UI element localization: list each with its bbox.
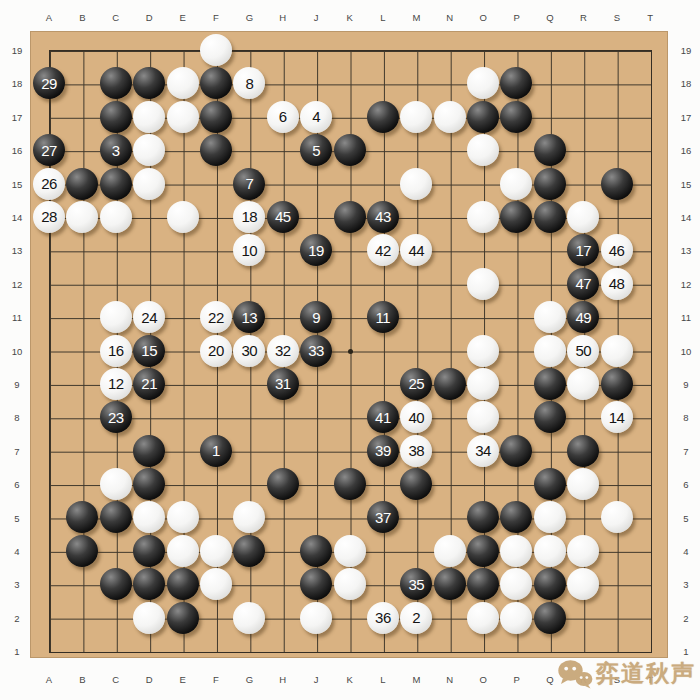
go-diagram-page: 2986427352672818454310194244174647482422… (0, 0, 700, 700)
coord-label: 14 (12, 212, 23, 223)
black-stone (500, 67, 532, 99)
black-stone (100, 101, 132, 133)
coord-label: K (346, 12, 352, 23)
white-stone (400, 101, 432, 133)
white-stone (133, 602, 165, 634)
white-stone: 32 (267, 335, 299, 367)
move-number: 31 (275, 376, 291, 391)
black-stone: 31 (267, 368, 299, 400)
coord-label: 19 (12, 45, 23, 56)
black-stone (167, 602, 199, 634)
coord-label: Q (546, 674, 553, 685)
coord-label: E (179, 674, 185, 685)
white-stone (467, 401, 499, 433)
white-stone (100, 301, 132, 333)
white-stone: 4 (300, 101, 332, 133)
black-stone: 45 (267, 201, 299, 233)
black-stone: 49 (567, 301, 599, 333)
white-stone (467, 268, 499, 300)
coord-label: J (314, 12, 319, 23)
black-stone: 29 (33, 67, 65, 99)
white-stone: 40 (400, 401, 432, 433)
coord-label: 4 (14, 546, 19, 557)
coord-label: H (279, 674, 286, 685)
coord-label: 18 (681, 78, 692, 89)
move-number: 46 (609, 242, 625, 257)
white-stone (334, 568, 366, 600)
white-stone: 12 (100, 368, 132, 400)
coord-label: 1 (14, 646, 19, 657)
coord-label: 11 (681, 312, 691, 323)
white-stone (167, 67, 199, 99)
white-stone: 48 (601, 268, 633, 300)
black-stone (267, 468, 299, 500)
black-stone (334, 468, 366, 500)
move-number: 32 (275, 343, 291, 358)
move-number: 48 (609, 276, 625, 291)
white-stone (200, 568, 232, 600)
white-stone (167, 501, 199, 533)
black-stone (100, 168, 132, 200)
white-stone (133, 168, 165, 200)
white-stone (601, 501, 633, 533)
move-number: 10 (241, 242, 257, 257)
coord-label: 1 (683, 646, 688, 657)
black-stone: 47 (567, 268, 599, 300)
move-number: 45 (275, 209, 291, 224)
move-number: 9 (312, 309, 320, 324)
white-stone (467, 134, 499, 166)
black-stone (100, 501, 132, 533)
black-stone (534, 134, 566, 166)
black-stone (534, 201, 566, 233)
black-stone: 9 (300, 301, 332, 333)
coord-label: 17 (12, 111, 23, 122)
black-stone (100, 67, 132, 99)
black-stone: 3 (100, 134, 132, 166)
move-number: 34 (475, 443, 491, 458)
coord-label: C (112, 12, 119, 23)
coord-label: L (380, 12, 385, 23)
white-stone: 34 (467, 435, 499, 467)
move-number: 12 (108, 376, 124, 391)
white-stone: 50 (567, 335, 599, 367)
coord-label: N (446, 12, 453, 23)
black-stone (133, 535, 165, 567)
coord-label: 5 (14, 512, 19, 523)
black-stone (66, 501, 98, 533)
black-stone (500, 101, 532, 133)
move-number: 50 (575, 343, 591, 358)
white-stone (467, 201, 499, 233)
move-number: 4 (312, 109, 320, 124)
white-stone (200, 34, 232, 66)
coord-label: 10 (12, 345, 23, 356)
coord-label: M (412, 674, 420, 685)
white-stone (300, 602, 332, 634)
white-stone: 26 (33, 168, 65, 200)
black-stone (233, 535, 265, 567)
black-stone: 23 (100, 401, 132, 433)
coord-label: 12 (681, 278, 692, 289)
black-stone (400, 468, 432, 500)
black-stone: 7 (233, 168, 265, 200)
white-stone (500, 568, 532, 600)
coord-label: B (79, 674, 85, 685)
black-stone: 19 (300, 234, 332, 266)
black-stone (200, 67, 232, 99)
coord-label: 2 (683, 612, 688, 623)
white-stone (100, 468, 132, 500)
white-stone: 42 (367, 234, 399, 266)
coord-label: 11 (12, 312, 22, 323)
move-number: 39 (375, 443, 391, 458)
white-stone (167, 101, 199, 133)
coord-label: 8 (14, 412, 19, 423)
white-stone (66, 201, 98, 233)
white-stone (500, 602, 532, 634)
black-stone (534, 568, 566, 600)
move-number: 7 (245, 176, 253, 191)
white-stone (601, 335, 633, 367)
black-stone: 13 (233, 301, 265, 333)
move-number: 28 (41, 209, 57, 224)
coord-label: E (179, 12, 185, 23)
white-stone (133, 134, 165, 166)
white-stone (567, 201, 599, 233)
move-number: 11 (376, 309, 391, 324)
coord-label: K (346, 674, 352, 685)
coord-label: N (446, 674, 453, 685)
black-stone: 17 (567, 234, 599, 266)
black-stone: 37 (367, 501, 399, 533)
black-stone (601, 168, 633, 200)
black-stone: 25 (400, 368, 432, 400)
coord-label: 13 (12, 245, 23, 256)
white-stone (534, 535, 566, 567)
coord-label: 3 (14, 579, 19, 590)
coord-label: H (279, 12, 286, 23)
coord-label: 19 (681, 45, 692, 56)
coord-label: 16 (681, 145, 692, 156)
white-stone: 8 (233, 67, 265, 99)
white-stone (334, 535, 366, 567)
coord-label: D (146, 12, 153, 23)
black-stone (467, 501, 499, 533)
move-number: 15 (141, 343, 157, 358)
black-stone (300, 535, 332, 567)
coord-label: 13 (681, 245, 692, 256)
coord-label: 9 (14, 379, 19, 390)
move-number: 26 (41, 176, 57, 191)
coord-label: R (580, 12, 587, 23)
black-stone (567, 435, 599, 467)
move-number: 3 (112, 142, 120, 157)
black-stone (534, 401, 566, 433)
move-number: 38 (408, 443, 424, 458)
black-stone (133, 67, 165, 99)
black-stone: 11 (367, 301, 399, 333)
move-number: 5 (312, 142, 320, 157)
black-stone (500, 201, 532, 233)
white-stone (167, 535, 199, 567)
black-stone (534, 602, 566, 634)
coord-label: F (213, 12, 219, 23)
white-stone (567, 468, 599, 500)
black-stone (66, 168, 98, 200)
coord-label: B (79, 12, 85, 23)
move-number: 36 (375, 610, 391, 625)
move-number: 24 (141, 309, 157, 324)
black-stone (601, 368, 633, 400)
white-stone (500, 535, 532, 567)
coord-label: 7 (683, 445, 688, 456)
move-number: 17 (575, 242, 591, 257)
move-number: 47 (575, 276, 591, 291)
black-stone: 1 (200, 435, 232, 467)
black-stone: 15 (133, 335, 165, 367)
coord-label: 17 (681, 111, 692, 122)
white-stone (133, 501, 165, 533)
move-number: 44 (408, 242, 424, 257)
move-number: 30 (241, 343, 257, 358)
black-stone (66, 535, 98, 567)
black-stone: 41 (367, 401, 399, 433)
coord-label: Q (546, 12, 553, 23)
move-number: 42 (375, 242, 391, 257)
coord-label: A (46, 12, 52, 23)
white-stone (233, 602, 265, 634)
coord-label: 3 (683, 579, 688, 590)
coord-label: 4 (683, 546, 688, 557)
black-stone: 5 (300, 134, 332, 166)
black-stone: 33 (300, 335, 332, 367)
white-stone: 6 (267, 101, 299, 133)
coord-label: S (614, 12, 620, 23)
white-stone (567, 568, 599, 600)
black-stone (534, 368, 566, 400)
coord-label: 15 (681, 178, 692, 189)
coord-label: 2 (14, 612, 19, 623)
move-number: 21 (141, 376, 157, 391)
white-stone (400, 168, 432, 200)
move-number: 19 (308, 242, 324, 257)
move-number: 35 (408, 576, 424, 591)
black-stone: 21 (133, 368, 165, 400)
move-number: 6 (279, 109, 287, 124)
move-number: 22 (208, 309, 224, 324)
black-stone (467, 568, 499, 600)
white-stone (434, 101, 466, 133)
white-stone: 16 (100, 335, 132, 367)
white-stone: 14 (601, 401, 633, 433)
white-stone (467, 602, 499, 634)
black-stone (200, 101, 232, 133)
coord-label: 6 (683, 479, 688, 490)
move-number: 14 (609, 409, 625, 424)
white-stone: 10 (233, 234, 265, 266)
move-number: 25 (408, 376, 424, 391)
white-stone: 38 (400, 435, 432, 467)
black-stone (500, 435, 532, 467)
white-stone (567, 535, 599, 567)
coord-label: P (513, 12, 519, 23)
coord-label: O (479, 674, 486, 685)
move-number: 41 (375, 409, 391, 424)
black-stone (300, 568, 332, 600)
coord-label: 15 (12, 178, 23, 189)
coord-label: 12 (12, 278, 23, 289)
watermark: 弈道秋声 (557, 658, 696, 689)
black-stone: 35 (400, 568, 432, 600)
coord-label: G (246, 12, 253, 23)
white-stone (467, 335, 499, 367)
white-stone (500, 168, 532, 200)
move-number: 1 (212, 443, 220, 458)
white-stone: 22 (200, 301, 232, 333)
coord-label: D (146, 674, 153, 685)
coord-label: 18 (12, 78, 23, 89)
wechat-icon (557, 659, 593, 689)
black-stone (167, 568, 199, 600)
black-stone (200, 134, 232, 166)
coord-label: 6 (14, 479, 19, 490)
black-stone (133, 468, 165, 500)
white-stone: 2 (400, 602, 432, 634)
move-number: 37 (375, 509, 391, 524)
black-stone (534, 468, 566, 500)
white-stone (534, 501, 566, 533)
white-stone: 30 (233, 335, 265, 367)
white-stone (133, 101, 165, 133)
move-number: 13 (241, 309, 257, 324)
go-board: 2986427352672818454310194244174647482422… (30, 31, 668, 658)
black-stone: 43 (367, 201, 399, 233)
black-stone (367, 101, 399, 133)
move-number: 49 (575, 309, 591, 324)
coord-label: 5 (683, 512, 688, 523)
coord-label: J (314, 674, 319, 685)
stones-layer: 2986427352672818454310194244174647482422… (32, 33, 666, 667)
coord-label: C (112, 674, 119, 685)
white-stone (534, 335, 566, 367)
black-stone (100, 568, 132, 600)
coord-label: 7 (14, 445, 19, 456)
coord-label: F (213, 674, 219, 685)
watermark-text: 弈道秋声 (596, 658, 696, 689)
move-number: 29 (41, 75, 57, 90)
black-stone (434, 568, 466, 600)
white-stone (233, 501, 265, 533)
coord-label: O (479, 12, 486, 23)
white-stone (534, 301, 566, 333)
coord-label: 16 (12, 145, 23, 156)
white-stone (567, 368, 599, 400)
coord-label: G (246, 674, 253, 685)
white-stone (167, 201, 199, 233)
move-number: 33 (308, 343, 324, 358)
coord-label: 8 (683, 412, 688, 423)
white-stone (200, 535, 232, 567)
move-number: 23 (108, 409, 124, 424)
black-stone (133, 435, 165, 467)
black-stone: 39 (367, 435, 399, 467)
move-number: 16 (108, 343, 124, 358)
coord-label: T (647, 12, 653, 23)
black-stone (334, 134, 366, 166)
white-stone (100, 201, 132, 233)
move-number: 18 (241, 209, 257, 224)
move-number: 2 (412, 610, 420, 625)
move-number: 40 (408, 409, 424, 424)
black-stone (434, 368, 466, 400)
coord-label: 9 (683, 379, 688, 390)
white-stone: 44 (400, 234, 432, 266)
white-stone (467, 67, 499, 99)
move-number: 8 (245, 75, 253, 90)
coord-label: L (380, 674, 385, 685)
white-stone: 46 (601, 234, 633, 266)
black-stone: 27 (33, 134, 65, 166)
white-stone: 24 (133, 301, 165, 333)
white-stone (434, 535, 466, 567)
black-stone (133, 568, 165, 600)
black-stone (467, 535, 499, 567)
white-stone: 18 (233, 201, 265, 233)
move-number: 20 (208, 343, 224, 358)
white-stone: 28 (33, 201, 65, 233)
move-number: 27 (41, 142, 57, 157)
move-number: 43 (375, 209, 391, 224)
coord-label: A (46, 674, 52, 685)
black-stone (500, 501, 532, 533)
coord-label: 14 (681, 212, 692, 223)
white-stone: 20 (200, 335, 232, 367)
black-stone (467, 101, 499, 133)
coord-label: 10 (681, 345, 692, 356)
white-stone (467, 368, 499, 400)
white-stone: 36 (367, 602, 399, 634)
coord-label: M (412, 12, 420, 23)
coord-label: P (513, 674, 519, 685)
black-stone (534, 168, 566, 200)
black-stone (334, 201, 366, 233)
